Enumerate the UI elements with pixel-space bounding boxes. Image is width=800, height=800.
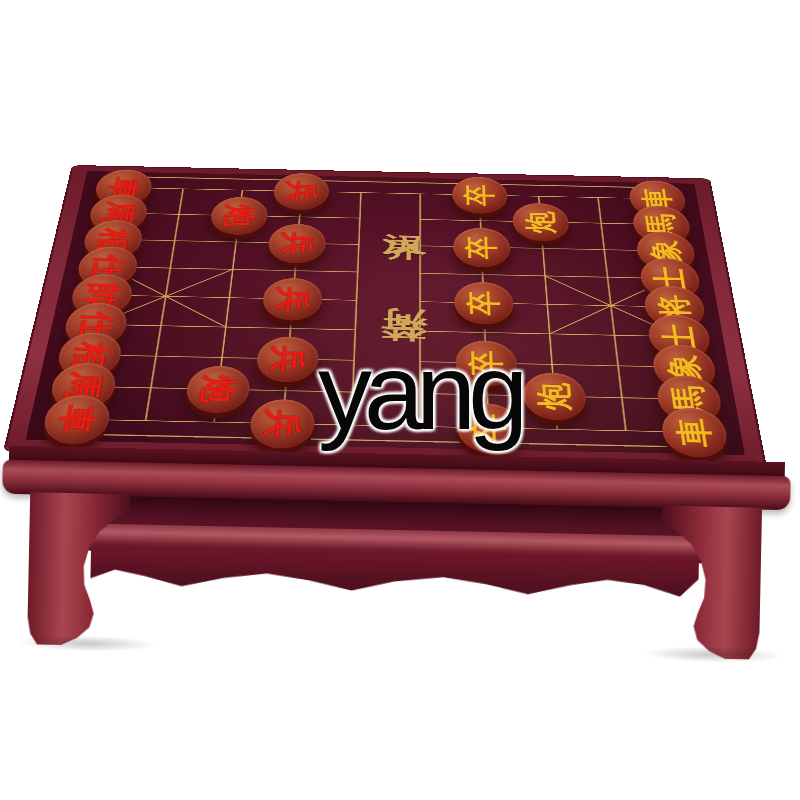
piece-red-soldier[interactable]: 兵 [255,336,320,383]
left-foot-shadow [17,634,157,653]
piece-red-cannon[interactable]: 炮 [209,196,269,235]
piece-black-soldier[interactable]: 卒 [453,227,511,267]
piece-black-soldier[interactable]: 卒 [452,176,508,214]
piece-red-soldier[interactable]: 兵 [267,223,327,263]
piece-black-chariot[interactable]: 車 [659,407,730,457]
piece-red-chariot[interactable]: 車 [40,395,113,445]
piece-black-cannon[interactable]: 炮 [522,372,588,420]
piece-red-soldier[interactable]: 兵 [249,399,317,449]
piece-character: 卒 [453,227,511,267]
piece-character: 卒 [452,176,508,214]
piece-character: 兵 [249,399,317,449]
piece-character: 炮 [209,196,269,235]
xiangqi-table-scene: 汉界 楚河 車兵卒車馬炮炮馬相兵卒象仕士帥兵卒将仕士相兵卒象馬炮炮馬車兵卒車 y… [0,0,800,800]
piece-character: 兵 [255,336,320,383]
piece-character: 炮 [522,372,588,420]
piece-character: 兵 [272,173,330,211]
piece-character: 兵 [261,278,323,321]
piece-character: 車 [659,407,730,457]
watermark: yang [318,338,520,446]
right-foot-shadow [643,645,783,664]
piece-character: 炮 [184,365,252,413]
piece-character: 卒 [454,282,515,325]
piece-black-soldier[interactable]: 卒 [454,282,515,325]
piece-character: 車 [40,395,113,445]
piece-black-cannon[interactable]: 炮 [512,203,571,242]
piece-character: 炮 [512,203,571,242]
piece-character: 兵 [267,223,327,263]
piece-red-soldier[interactable]: 兵 [261,278,323,321]
piece-red-cannon[interactable]: 炮 [184,365,252,413]
piece-red-soldier[interactable]: 兵 [272,173,330,211]
